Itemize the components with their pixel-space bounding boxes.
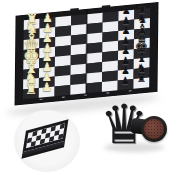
board-square <box>102 80 118 91</box>
folded-board <box>22 119 69 158</box>
hinge-latch <box>102 5 110 9</box>
frame-marking <box>40 99 43 100</box>
board-square <box>118 79 134 90</box>
board-square <box>133 77 149 88</box>
board-square <box>86 82 102 93</box>
folded-board-thumbnail <box>14 110 80 172</box>
board-square <box>55 85 71 96</box>
magnet-base <box>144 119 164 139</box>
board-square <box>39 86 55 97</box>
piece-base-rim <box>141 116 167 142</box>
board-square <box>70 83 86 94</box>
product-photo-chess-set: ♜♟♟♜♞♟♟♞♝♟♟♝♛♟♟♛♚♟♟♚♝♟♟♝♞♟♟♞♜♟♟♜ ♛ <box>0 0 175 175</box>
hinge-latch <box>70 8 78 12</box>
chessboard-frame <box>15 3 157 105</box>
board-square <box>23 88 39 99</box>
frame-marking <box>62 97 65 98</box>
frame-marking <box>129 90 132 91</box>
